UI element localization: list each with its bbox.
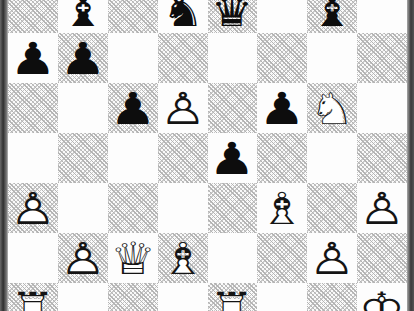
square-b4 — [58, 133, 108, 183]
black-knight-icon: ♞ — [161, 0, 203, 33]
chess-diagram-photo: ♝♞♛♝♟♟♟♟♙♟♞♘♟♟♙♝♗♟♙♟♙♛♕♝♗♟♙♜♖♜♖♚♔ — [0, 0, 414, 311]
square-h4 — [357, 133, 407, 183]
square-d7: ♞ — [158, 0, 208, 33]
square-b5 — [58, 83, 108, 133]
black-pawn-icon: ♟ — [10, 37, 56, 81]
white-rook-icon: ♜♖ — [209, 286, 255, 311]
square-g5: ♞♘ — [307, 83, 357, 133]
square-a5 — [8, 83, 58, 133]
board-frame-left — [0, 0, 8, 311]
black-pawn-icon: ♟ — [60, 37, 106, 81]
square-h6 — [357, 33, 407, 83]
square-e6 — [208, 33, 258, 83]
white-pawn-icon: ♟♙ — [159, 87, 205, 131]
square-e7: ♛ — [208, 0, 258, 33]
square-g3 — [307, 183, 357, 233]
square-c2: ♛♕ — [108, 233, 158, 283]
square-d6 — [158, 33, 208, 83]
black-pawn-icon: ♟ — [110, 87, 156, 131]
white-bishop-icon: ♝♗ — [159, 237, 205, 281]
chess-board: ♝♞♛♝♟♟♟♟♙♟♞♘♟♟♙♝♗♟♙♟♙♛♕♝♗♟♙♜♖♜♖♚♔ — [8, 0, 407, 311]
square-a2 — [8, 233, 58, 283]
square-h2 — [357, 233, 407, 283]
black-queen-icon: ♛ — [211, 0, 253, 33]
board-frame-right — [407, 0, 414, 311]
square-h1: ♚♔ — [357, 283, 407, 311]
square-a6: ♟ — [8, 33, 58, 83]
square-g4 — [307, 133, 357, 183]
square-c5: ♟ — [108, 83, 158, 133]
square-a7 — [8, 0, 58, 33]
white-pawn-icon: ♟♙ — [10, 187, 56, 231]
square-d2: ♝♗ — [158, 233, 208, 283]
square-g7: ♝ — [307, 0, 357, 33]
square-f5: ♟ — [257, 83, 307, 133]
square-b6: ♟ — [58, 33, 108, 83]
square-h3: ♟♙ — [357, 183, 407, 233]
square-e4: ♟ — [208, 133, 258, 183]
square-a4 — [8, 133, 58, 183]
black-pawn-icon: ♟ — [259, 87, 305, 131]
square-b7: ♝ — [58, 0, 108, 33]
white-knight-icon: ♞♘ — [309, 87, 355, 131]
square-b1 — [58, 283, 108, 311]
white-pawn-icon: ♟♙ — [309, 237, 355, 281]
black-pawn-icon: ♟ — [209, 137, 255, 181]
square-c7 — [108, 0, 158, 33]
square-a3: ♟♙ — [8, 183, 58, 233]
square-h7 — [357, 0, 407, 33]
square-g2: ♟♙ — [307, 233, 357, 283]
square-b2: ♟♙ — [58, 233, 108, 283]
square-d4 — [158, 133, 208, 183]
square-f3: ♝♗ — [257, 183, 307, 233]
white-rook-icon: ♜♖ — [10, 286, 56, 311]
square-f2 — [257, 233, 307, 283]
square-f1 — [257, 283, 307, 311]
white-pawn-icon: ♟♙ — [359, 187, 405, 231]
square-b3 — [58, 183, 108, 233]
square-e3 — [208, 183, 258, 233]
square-e5 — [208, 83, 258, 133]
square-h5 — [357, 83, 407, 133]
square-g6 — [307, 33, 357, 83]
black-bishop-icon: ♝ — [311, 0, 353, 33]
square-c4 — [108, 133, 158, 183]
white-queen-icon: ♛♕ — [110, 237, 156, 281]
square-f6 — [257, 33, 307, 83]
black-bishop-icon: ♝ — [62, 0, 104, 33]
square-c3 — [108, 183, 158, 233]
square-c1 — [108, 283, 158, 311]
square-e1: ♜♖ — [208, 283, 258, 311]
square-c6 — [108, 33, 158, 83]
square-f4 — [257, 133, 307, 183]
square-d5: ♟♙ — [158, 83, 208, 133]
square-e2 — [208, 233, 258, 283]
white-pawn-icon: ♟♙ — [60, 237, 106, 281]
square-a1: ♜♖ — [8, 283, 58, 311]
square-d1 — [158, 283, 208, 311]
square-g1 — [307, 283, 357, 311]
square-f7 — [257, 0, 307, 33]
white-king-icon: ♚♔ — [359, 286, 405, 311]
white-bishop-icon: ♝♗ — [259, 187, 305, 231]
square-d3 — [158, 183, 208, 233]
